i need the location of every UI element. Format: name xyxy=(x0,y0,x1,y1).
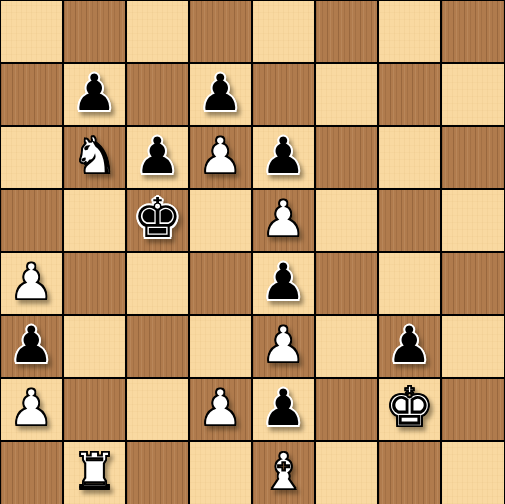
square-c1[interactable] xyxy=(127,442,190,504)
square-a3[interactable]: ♟ xyxy=(1,316,64,379)
square-c5[interactable]: ♚ xyxy=(127,190,190,253)
black-pawn[interactable]: ♟ xyxy=(261,257,306,307)
square-a7[interactable] xyxy=(1,64,64,127)
black-pawn[interactable]: ♟ xyxy=(261,383,306,433)
square-h1[interactable] xyxy=(442,442,505,504)
square-a4[interactable]: ♟ xyxy=(1,253,64,316)
square-b5[interactable] xyxy=(64,190,127,253)
square-e4[interactable]: ♟ xyxy=(253,253,316,316)
square-f7[interactable] xyxy=(316,64,379,127)
square-c4[interactable] xyxy=(127,253,190,316)
white-pawn[interactable]: ♟ xyxy=(9,383,54,433)
square-d6[interactable]: ♟ xyxy=(190,127,253,190)
square-f5[interactable] xyxy=(316,190,379,253)
square-f1[interactable] xyxy=(316,442,379,504)
square-a1[interactable] xyxy=(1,442,64,504)
square-f2[interactable] xyxy=(316,379,379,442)
square-h2[interactable] xyxy=(442,379,505,442)
square-c3[interactable] xyxy=(127,316,190,379)
square-e7[interactable] xyxy=(253,64,316,127)
square-h3[interactable] xyxy=(442,316,505,379)
square-d7[interactable]: ♟ xyxy=(190,64,253,127)
square-a6[interactable] xyxy=(1,127,64,190)
black-pawn[interactable]: ♟ xyxy=(261,131,306,181)
white-bishop[interactable]: ♝ xyxy=(261,446,307,497)
square-g6[interactable] xyxy=(379,127,442,190)
white-pawn[interactable]: ♟ xyxy=(261,194,306,244)
square-c8[interactable] xyxy=(127,1,190,64)
square-h8[interactable] xyxy=(442,1,505,64)
black-pawn[interactable]: ♟ xyxy=(135,131,180,181)
square-h4[interactable] xyxy=(442,253,505,316)
square-f6[interactable] xyxy=(316,127,379,190)
chess-board: ♟♟♞♟♟♟♚♟♟♟♟♟♟♟♟♟♚♜♝ xyxy=(0,0,505,504)
black-pawn[interactable]: ♟ xyxy=(72,68,117,118)
square-f8[interactable] xyxy=(316,1,379,64)
black-pawn[interactable]: ♟ xyxy=(387,320,432,370)
white-knight[interactable]: ♞ xyxy=(72,130,118,181)
square-b1[interactable]: ♜ xyxy=(64,442,127,504)
square-c6[interactable]: ♟ xyxy=(127,127,190,190)
square-f4[interactable] xyxy=(316,253,379,316)
square-e6[interactable]: ♟ xyxy=(253,127,316,190)
white-pawn[interactable]: ♟ xyxy=(198,383,243,433)
square-d5[interactable] xyxy=(190,190,253,253)
square-g3[interactable]: ♟ xyxy=(379,316,442,379)
square-g7[interactable] xyxy=(379,64,442,127)
square-b7[interactable]: ♟ xyxy=(64,64,127,127)
square-e8[interactable] xyxy=(253,1,316,64)
square-h5[interactable] xyxy=(442,190,505,253)
square-g4[interactable] xyxy=(379,253,442,316)
square-d4[interactable] xyxy=(190,253,253,316)
black-pawn[interactable]: ♟ xyxy=(9,320,54,370)
white-king[interactable]: ♚ xyxy=(385,380,434,435)
square-g5[interactable] xyxy=(379,190,442,253)
square-h6[interactable] xyxy=(442,127,505,190)
square-b8[interactable] xyxy=(64,1,127,64)
square-g8[interactable] xyxy=(379,1,442,64)
square-a2[interactable]: ♟ xyxy=(1,379,64,442)
square-f3[interactable] xyxy=(316,316,379,379)
square-d1[interactable] xyxy=(190,442,253,504)
white-pawn[interactable]: ♟ xyxy=(261,320,306,370)
square-d2[interactable]: ♟ xyxy=(190,379,253,442)
square-a5[interactable] xyxy=(1,190,64,253)
square-g1[interactable] xyxy=(379,442,442,504)
square-a8[interactable] xyxy=(1,1,64,64)
square-e2[interactable]: ♟ xyxy=(253,379,316,442)
square-d8[interactable] xyxy=(190,1,253,64)
square-h7[interactable] xyxy=(442,64,505,127)
black-pawn[interactable]: ♟ xyxy=(198,68,243,118)
square-b3[interactable] xyxy=(64,316,127,379)
square-b4[interactable] xyxy=(64,253,127,316)
square-e1[interactable]: ♝ xyxy=(253,442,316,504)
white-pawn[interactable]: ♟ xyxy=(9,257,54,307)
white-rook[interactable]: ♜ xyxy=(72,446,118,497)
square-e5[interactable]: ♟ xyxy=(253,190,316,253)
white-pawn[interactable]: ♟ xyxy=(198,131,243,181)
square-d3[interactable] xyxy=(190,316,253,379)
square-b6[interactable]: ♞ xyxy=(64,127,127,190)
square-e3[interactable]: ♟ xyxy=(253,316,316,379)
square-g2[interactable]: ♚ xyxy=(379,379,442,442)
square-b2[interactable] xyxy=(64,379,127,442)
square-c7[interactable] xyxy=(127,64,190,127)
black-king[interactable]: ♚ xyxy=(133,191,182,246)
square-c2[interactable] xyxy=(127,379,190,442)
